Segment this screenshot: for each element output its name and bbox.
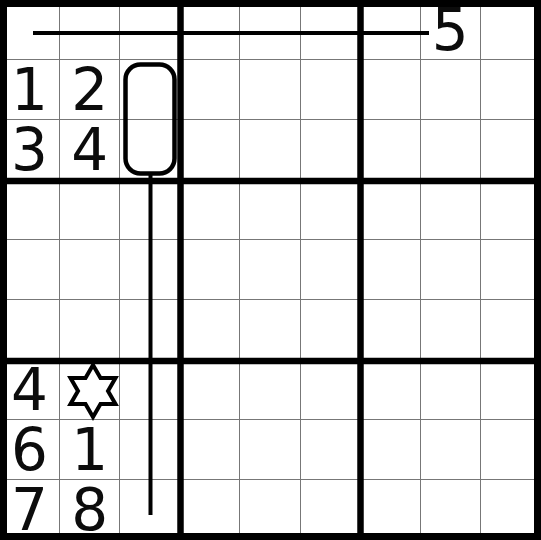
given-digit: 2 bbox=[71, 61, 108, 119]
cell-r7c4[interactable] bbox=[180, 360, 240, 420]
cell-r5c1[interactable] bbox=[0, 240, 60, 300]
cell-r4c2[interactable] bbox=[60, 180, 120, 240]
cell-r3c9[interactable] bbox=[481, 120, 541, 180]
cell-r1c9[interactable] bbox=[481, 0, 541, 60]
cell-r3c7[interactable] bbox=[361, 120, 421, 180]
cell-r1c8[interactable]: 5 bbox=[421, 0, 481, 60]
cell-r3c1[interactable]: 3 bbox=[0, 120, 60, 180]
cell-r4c7[interactable] bbox=[361, 180, 421, 240]
given-digit: 4 bbox=[71, 121, 108, 179]
cell-r5c7[interactable] bbox=[361, 240, 421, 300]
cell-r9c3[interactable] bbox=[120, 480, 180, 540]
cell-r5c6[interactable] bbox=[301, 240, 361, 300]
cell-r1c4[interactable] bbox=[180, 0, 240, 60]
cell-r9c8[interactable] bbox=[421, 480, 481, 540]
cell-r1c5[interactable] bbox=[240, 0, 300, 60]
cell-r6c4[interactable] bbox=[180, 300, 240, 360]
cell-r3c5[interactable] bbox=[240, 120, 300, 180]
cell-r1c1[interactable] bbox=[0, 0, 60, 60]
cell-r4c5[interactable] bbox=[240, 180, 300, 240]
cell-r8c6[interactable] bbox=[301, 420, 361, 480]
cell-r1c2[interactable] bbox=[60, 0, 120, 60]
given-digit: 4 bbox=[11, 361, 48, 419]
sudoku-grid: 5123446178 bbox=[0, 0, 541, 540]
cell-r6c7[interactable] bbox=[361, 300, 421, 360]
cell-r4c9[interactable] bbox=[481, 180, 541, 240]
cell-r1c7[interactable] bbox=[361, 0, 421, 60]
cell-r2c8[interactable] bbox=[421, 60, 481, 120]
cell-r3c3[interactable] bbox=[120, 120, 180, 180]
cell-r3c6[interactable] bbox=[301, 120, 361, 180]
cell-r2c2[interactable]: 2 bbox=[60, 60, 120, 120]
cell-r4c6[interactable] bbox=[301, 180, 361, 240]
cell-r7c5[interactable] bbox=[240, 360, 300, 420]
cell-r8c2[interactable]: 1 bbox=[60, 420, 120, 480]
cell-r5c2[interactable] bbox=[60, 240, 120, 300]
given-digit: 5 bbox=[432, 1, 469, 59]
cell-r8c3[interactable] bbox=[120, 420, 180, 480]
cell-r6c8[interactable] bbox=[421, 300, 481, 360]
cell-r5c8[interactable] bbox=[421, 240, 481, 300]
given-digit: 1 bbox=[71, 421, 108, 479]
cell-r8c4[interactable] bbox=[180, 420, 240, 480]
cell-r6c1[interactable] bbox=[0, 300, 60, 360]
cell-r3c4[interactable] bbox=[180, 120, 240, 180]
cell-r2c9[interactable] bbox=[481, 60, 541, 120]
cell-r2c3[interactable] bbox=[120, 60, 180, 120]
cell-r3c2[interactable]: 4 bbox=[60, 120, 120, 180]
cell-r9c1[interactable]: 7 bbox=[0, 480, 60, 540]
cell-r7c7[interactable] bbox=[361, 360, 421, 420]
cell-r1c6[interactable] bbox=[301, 0, 361, 60]
cell-r8c1[interactable]: 6 bbox=[0, 420, 60, 480]
cell-r8c5[interactable] bbox=[240, 420, 300, 480]
cell-r6c5[interactable] bbox=[240, 300, 300, 360]
cell-r9c9[interactable] bbox=[481, 480, 541, 540]
cell-r2c1[interactable]: 1 bbox=[0, 60, 60, 120]
cell-r7c6[interactable] bbox=[301, 360, 361, 420]
cell-r9c7[interactable] bbox=[361, 480, 421, 540]
cell-r7c2[interactable] bbox=[60, 360, 120, 420]
cell-r3c8[interactable] bbox=[421, 120, 481, 180]
cell-r5c9[interactable] bbox=[481, 240, 541, 300]
cell-r6c3[interactable] bbox=[120, 300, 180, 360]
cell-r4c4[interactable] bbox=[180, 180, 240, 240]
cell-r9c6[interactable] bbox=[301, 480, 361, 540]
cell-r4c8[interactable] bbox=[421, 180, 481, 240]
cell-r5c3[interactable] bbox=[120, 240, 180, 300]
cell-r2c7[interactable] bbox=[361, 60, 421, 120]
cell-r6c2[interactable] bbox=[60, 300, 120, 360]
cell-r4c1[interactable] bbox=[0, 180, 60, 240]
cell-r5c5[interactable] bbox=[240, 240, 300, 300]
sudoku-board: 5123446178 bbox=[0, 0, 541, 540]
cell-r2c5[interactable] bbox=[240, 60, 300, 120]
given-digit: 7 bbox=[11, 481, 48, 539]
cell-r6c9[interactable] bbox=[481, 300, 541, 360]
cell-r2c4[interactable] bbox=[180, 60, 240, 120]
cell-r8c9[interactable] bbox=[481, 420, 541, 480]
given-digit: 6 bbox=[11, 421, 48, 479]
cell-r9c2[interactable]: 8 bbox=[60, 480, 120, 540]
cell-r9c4[interactable] bbox=[180, 480, 240, 540]
cell-r7c3[interactable] bbox=[120, 360, 180, 420]
cell-r2c6[interactable] bbox=[301, 60, 361, 120]
cell-r8c7[interactable] bbox=[361, 420, 421, 480]
cell-r1c3[interactable] bbox=[120, 0, 180, 60]
cell-r8c8[interactable] bbox=[421, 420, 481, 480]
cell-r5c4[interactable] bbox=[180, 240, 240, 300]
cell-r7c8[interactable] bbox=[421, 360, 481, 420]
cell-r7c9[interactable] bbox=[481, 360, 541, 420]
cell-r4c3[interactable] bbox=[120, 180, 180, 240]
cell-r9c5[interactable] bbox=[240, 480, 300, 540]
cell-r6c6[interactable] bbox=[301, 300, 361, 360]
given-digit: 3 bbox=[11, 121, 48, 179]
cell-r7c1[interactable]: 4 bbox=[0, 360, 60, 420]
given-digit: 1 bbox=[11, 61, 48, 119]
given-digit: 8 bbox=[71, 481, 108, 539]
